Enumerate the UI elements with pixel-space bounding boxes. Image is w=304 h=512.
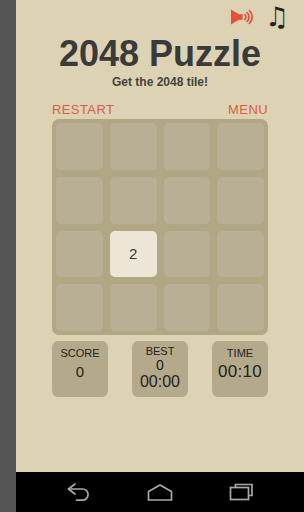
- grid-cell-r1c4: [217, 123, 264, 170]
- music-note-icon: ♫: [265, 4, 289, 30]
- grid-cell-r3c2: 2: [110, 231, 157, 278]
- scoreboard: SCORE 0 BEST 0 00:00 TIME 00:10: [52, 341, 268, 397]
- nav-home-button[interactable]: [146, 480, 174, 504]
- tile-2: 2: [110, 231, 157, 278]
- grid-cell-r1c1: [56, 123, 103, 170]
- score-value: 0: [76, 363, 84, 380]
- recents-icon: [228, 482, 254, 502]
- menu-button[interactable]: MENU: [228, 102, 268, 117]
- grid-cell-r2c2: [110, 177, 157, 224]
- best-time: 00:00: [140, 373, 180, 391]
- nav-recents-button[interactable]: [227, 480, 255, 504]
- best-box: BEST 0 00:00: [132, 341, 188, 397]
- sound-toggle-button[interactable]: [229, 4, 255, 30]
- best-value: 0: [156, 357, 164, 373]
- phone-screen: ♫ 2048 Puzzle Get the 2048 tile! RESTART…: [16, 0, 304, 512]
- best-label: BEST: [146, 345, 175, 357]
- grid-cell-r1c2: [110, 123, 157, 170]
- grid-cell-r4c4: [217, 284, 264, 331]
- page-subtitle: Get the 2048 tile!: [16, 75, 304, 89]
- grid-cell-r3c4: [217, 231, 264, 278]
- music-toggle-button[interactable]: ♫: [264, 4, 290, 30]
- time-box: TIME 00:10: [212, 341, 268, 397]
- grid-cell-r4c2: [110, 284, 157, 331]
- grid-cell-r2c1: [56, 177, 103, 224]
- score-label: SCORE: [60, 347, 99, 360]
- grid-cell-r2c4: [217, 177, 264, 224]
- grid-cell-r3c3: [164, 231, 211, 278]
- grid-cell-r1c3: [164, 123, 211, 170]
- grid-cell-r4c3: [164, 284, 211, 331]
- android-navbar: [16, 472, 304, 512]
- home-icon: [146, 483, 174, 502]
- board[interactable]: 2: [52, 119, 268, 335]
- control-bar: RESTART MENU: [52, 102, 268, 117]
- speaker-on-icon: [230, 5, 255, 29]
- time-value: 00:10: [218, 363, 262, 380]
- audio-toggles: ♫: [229, 4, 290, 30]
- page-title: 2048 Puzzle: [16, 33, 304, 75]
- score-box: SCORE 0: [52, 341, 108, 397]
- nav-back-button[interactable]: [65, 480, 93, 504]
- time-label: TIME: [227, 347, 253, 360]
- restart-button[interactable]: RESTART: [52, 102, 114, 117]
- back-icon: [66, 482, 92, 503]
- grid-cell-r2c3: [164, 177, 211, 224]
- grid-cell-r4c1: [56, 284, 103, 331]
- grid-cell-r3c1: [56, 231, 103, 278]
